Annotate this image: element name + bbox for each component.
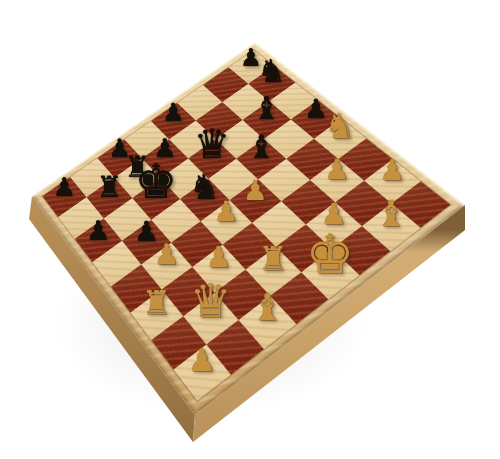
chess-set-photo: ♟♞♟♝♝♛♟♞♟♜♟♚♜♟♟♟♞♟♟♝♟♟♚♟♜♝♟♟♛♜♟	[0, 0, 500, 459]
